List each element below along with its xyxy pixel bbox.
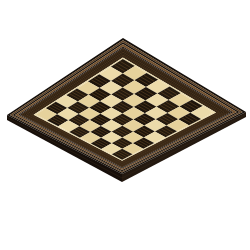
board-svg: [0, 0, 250, 250]
product-photo-canvas: [0, 0, 250, 250]
chess-board: [0, 0, 250, 250]
